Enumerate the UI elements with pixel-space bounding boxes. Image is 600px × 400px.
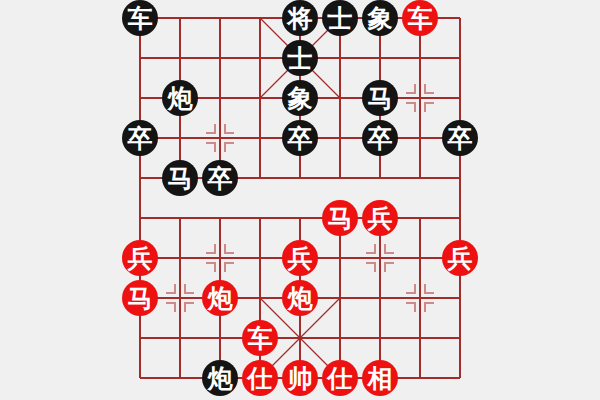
black-elephant[interactable]: 象 bbox=[362, 0, 398, 36]
red-chariot[interactable]: 车 bbox=[242, 320, 278, 356]
red-general[interactable]: 帅 bbox=[282, 360, 318, 396]
red-chariot[interactable]: 车 bbox=[402, 0, 438, 36]
black-soldier[interactable]: 卒 bbox=[362, 120, 398, 156]
black-advisor[interactable]: 士 bbox=[282, 40, 318, 76]
red-advisor[interactable]: 仕 bbox=[322, 360, 358, 396]
black-advisor[interactable]: 士 bbox=[322, 0, 358, 36]
red-soldier[interactable]: 兵 bbox=[442, 240, 478, 276]
black-horse[interactable]: 马 bbox=[162, 160, 198, 196]
black-chariot[interactable]: 车 bbox=[122, 0, 158, 36]
black-horse[interactable]: 马 bbox=[362, 80, 398, 116]
black-soldier[interactable]: 卒 bbox=[122, 120, 158, 156]
red-soldier[interactable]: 兵 bbox=[362, 200, 398, 236]
red-cannon[interactable]: 炮 bbox=[282, 280, 318, 316]
black-elephant[interactable]: 象 bbox=[282, 80, 318, 116]
black-cannon[interactable]: 炮 bbox=[202, 360, 238, 396]
red-soldier[interactable]: 兵 bbox=[122, 240, 158, 276]
black-general[interactable]: 将 bbox=[282, 0, 318, 36]
red-horse[interactable]: 马 bbox=[122, 280, 158, 316]
black-soldier[interactable]: 卒 bbox=[282, 120, 318, 156]
red-horse[interactable]: 马 bbox=[322, 200, 358, 236]
xiangqi-board[interactable]: 车将士象车士炮象马卒卒卒卒马卒马兵兵兵兵马炮炮车炮仕帅仕相 bbox=[0, 0, 600, 400]
red-cannon[interactable]: 炮 bbox=[202, 280, 238, 316]
black-cannon[interactable]: 炮 bbox=[162, 80, 198, 116]
red-elephant[interactable]: 相 bbox=[362, 360, 398, 396]
red-soldier[interactable]: 兵 bbox=[282, 240, 318, 276]
black-soldier[interactable]: 卒 bbox=[202, 160, 238, 196]
red-advisor[interactable]: 仕 bbox=[242, 360, 278, 396]
black-soldier[interactable]: 卒 bbox=[442, 120, 478, 156]
